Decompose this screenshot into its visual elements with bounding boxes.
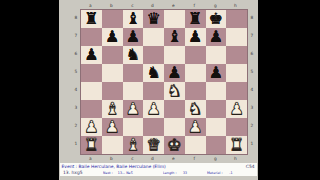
players-line: Andrianova, Vlamit (2245) -- Lenin, Feli… <box>59 154 258 162</box>
piece-white-knight: ♞ <box>185 100 206 118</box>
piece-white-queen: ♛ <box>143 136 164 154</box>
coordinate-label: 8 <box>73 12 79 25</box>
square-f6 <box>185 46 206 64</box>
piece-black-pawn: ♟ <box>102 28 123 46</box>
coordinate-label: c <box>124 3 139 8</box>
next-move: 13... Ne5 <box>118 171 133 174</box>
square-c8: ♝ <box>123 10 144 28</box>
square-d3: ♟ <box>143 100 164 118</box>
square-b2: ♟ <box>102 118 123 136</box>
coordinate-label: 1 <box>73 138 79 151</box>
piece-white-rook: ♜ <box>81 136 102 154</box>
piece-black-pawn: ♟ <box>123 28 144 46</box>
square-a1: ♜ <box>81 136 102 154</box>
square-h4 <box>226 82 247 100</box>
square-h2 <box>226 118 247 136</box>
event-value: Baile Herculane, Baile Herculane (Elim) <box>79 164 166 169</box>
piece-white-pawn: ♟ <box>226 100 247 118</box>
coordinate-label: 3 <box>249 102 255 115</box>
square-g6 <box>206 46 227 64</box>
piece-white-pawn: ♟ <box>185 118 206 136</box>
coordinate-label: 7 <box>249 30 255 43</box>
rank-labels-right: 87654321 <box>248 9 256 155</box>
square-d1: ♛ <box>143 136 164 154</box>
square-d5: ♞ <box>143 64 164 82</box>
coordinate-label: 6 <box>73 48 79 61</box>
coordinate-label: d <box>145 3 160 8</box>
piece-white-pawn: ♟ <box>123 100 144 118</box>
square-h6 <box>226 46 247 64</box>
square-f7: ♟ <box>185 28 206 46</box>
square-e3 <box>164 100 185 118</box>
square-h1: ♜ <box>226 136 247 154</box>
coordinate-label: g <box>207 3 222 8</box>
info-strip: Event : Baile Herculane, Baile Herculane… <box>60 163 257 176</box>
material-label: Material : <box>207 171 223 174</box>
eco-code: C54 <box>246 164 257 169</box>
piece-black-rook: ♜ <box>185 10 206 28</box>
square-f1 <box>185 136 206 154</box>
coordinate-label: a <box>83 3 98 8</box>
square-e6 <box>164 46 185 64</box>
coordinate-label: f <box>187 3 202 8</box>
coordinate-label: 3 <box>73 102 79 115</box>
file-labels-top: abcdefgh <box>80 2 246 9</box>
square-a2: ♟ <box>81 118 102 136</box>
square-h5 <box>226 64 247 82</box>
square-d4 <box>143 82 164 100</box>
square-c4 <box>123 82 144 100</box>
piece-white-pawn: ♟ <box>102 118 123 136</box>
square-e7: ♝ <box>164 28 185 46</box>
piece-black-queen: ♛ <box>143 10 164 28</box>
square-a4 <box>81 82 102 100</box>
last-move: 13. hxg5 <box>63 171 83 175</box>
square-g4 <box>206 82 227 100</box>
square-g1 <box>206 136 227 154</box>
piece-white-pawn: ♟ <box>143 100 164 118</box>
coordinate-label: 4 <box>73 84 79 97</box>
square-h7 <box>226 28 247 46</box>
piece-black-bishop: ♝ <box>164 28 185 46</box>
square-a5 <box>81 64 102 82</box>
square-a7 <box>81 28 102 46</box>
square-d8: ♛ <box>143 10 164 28</box>
square-c6: ♞ <box>123 46 144 64</box>
piece-black-pawn: ♟ <box>164 64 185 82</box>
square-c1: ♝ <box>123 136 144 154</box>
length-label: Length : <box>163 171 176 174</box>
square-c7: ♟ <box>123 28 144 46</box>
coordinate-label: 8 <box>249 12 255 25</box>
material-value: -1 <box>229 171 232 174</box>
coordinate-label: 7 <box>73 30 79 43</box>
coordinate-label: b <box>104 3 119 8</box>
square-g8: ♚ <box>206 10 227 28</box>
chess-board: ♜♝♛♜♚♟♟♝♟♟♟♞♞♟♟♞♝♟♟♞♟♟♟♟♜♝♛♚♜ <box>80 9 248 155</box>
length-value: 33 <box>182 171 186 174</box>
piece-black-pawn: ♟ <box>81 46 102 64</box>
coordinate-label: 1 <box>249 138 255 151</box>
square-f4 <box>185 82 206 100</box>
square-b7: ♟ <box>102 28 123 46</box>
square-b1 <box>102 136 123 154</box>
square-f5 <box>185 64 206 82</box>
piece-white-rook: ♜ <box>226 136 247 154</box>
square-e5: ♟ <box>164 64 185 82</box>
square-e2 <box>164 118 185 136</box>
square-g5: ♟ <box>206 64 227 82</box>
square-e8 <box>164 10 185 28</box>
coordinate-label: 6 <box>249 48 255 61</box>
square-e4: ♞ <box>164 82 185 100</box>
square-f3: ♞ <box>185 100 206 118</box>
square-b5 <box>102 64 123 82</box>
coordinate-label: 4 <box>249 84 255 97</box>
square-a3 <box>81 100 102 118</box>
piece-white-bishop: ♝ <box>102 100 123 118</box>
square-g2 <box>206 118 227 136</box>
square-c2 <box>123 118 144 136</box>
chess-viewer-panel: abcdefgh 87654321 ♜♝♛♜♚♟♟♝♟♟♟♞♞♟♟♞♝♟♟♞♟♟… <box>59 0 258 180</box>
coordinate-label: 2 <box>73 120 79 133</box>
piece-white-pawn: ♟ <box>81 118 102 136</box>
coordinate-label: 5 <box>249 66 255 79</box>
rank-labels-left: 87654321 <box>72 9 80 155</box>
square-g7: ♟ <box>206 28 227 46</box>
piece-white-king: ♚ <box>164 136 185 154</box>
coordinate-label: e <box>166 3 181 8</box>
square-h8 <box>226 10 247 28</box>
piece-black-pawn: ♟ <box>185 28 206 46</box>
event-label: Event : <box>61 164 77 169</box>
piece-black-rook: ♜ <box>81 10 102 28</box>
square-b4 <box>102 82 123 100</box>
coordinate-label: h <box>228 3 243 8</box>
square-c5 <box>123 64 144 82</box>
square-f2: ♟ <box>185 118 206 136</box>
square-b6 <box>102 46 123 64</box>
square-h3: ♟ <box>226 100 247 118</box>
square-a6: ♟ <box>81 46 102 64</box>
square-b3: ♝ <box>102 100 123 118</box>
piece-white-bishop: ♝ <box>123 136 144 154</box>
piece-white-knight: ♞ <box>164 82 185 100</box>
square-d7 <box>143 28 164 46</box>
square-d6 <box>143 46 164 64</box>
square-f8: ♜ <box>185 10 206 28</box>
next-label: Next : <box>103 171 113 174</box>
square-b8 <box>102 10 123 28</box>
piece-black-king: ♚ <box>206 10 227 28</box>
piece-black-pawn: ♟ <box>206 64 227 82</box>
board-block: abcdefgh 87654321 ♜♝♛♜♚♟♟♝♟♟♟♞♞♟♟♞♝♟♟♞♟♟… <box>72 2 256 162</box>
coordinate-label: 2 <box>249 120 255 133</box>
square-e1: ♚ <box>164 136 185 154</box>
square-d2 <box>143 118 164 136</box>
piece-black-knight: ♞ <box>123 46 144 64</box>
square-g3 <box>206 100 227 118</box>
piece-black-pawn: ♟ <box>206 28 227 46</box>
square-c3: ♟ <box>123 100 144 118</box>
piece-black-bishop: ♝ <box>123 10 144 28</box>
square-a8: ♜ <box>81 10 102 28</box>
video-frame: abcdefgh 87654321 ♜♝♛♜♚♟♟♝♟♟♟♞♞♟♟♞♝♟♟♞♟♟… <box>0 0 320 180</box>
piece-black-knight: ♞ <box>143 64 164 82</box>
coordinate-label: 5 <box>73 66 79 79</box>
